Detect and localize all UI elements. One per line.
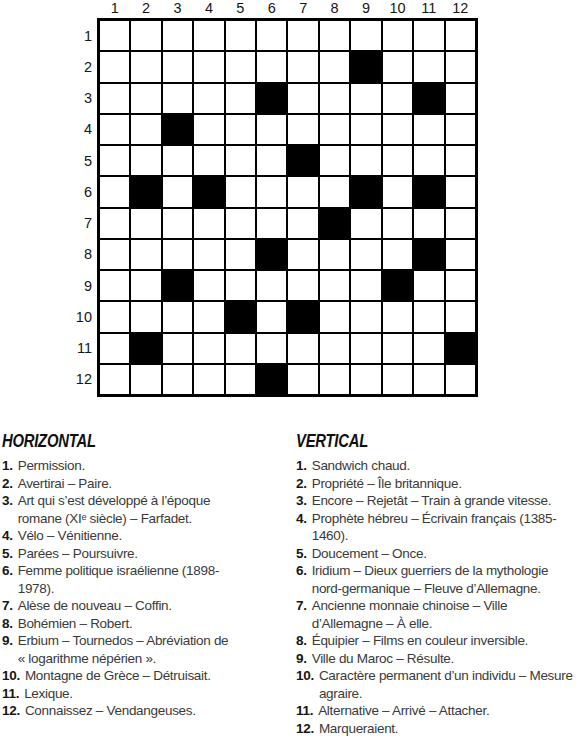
cell-r5-c11[interactable] xyxy=(414,146,443,175)
cell-r1-c12[interactable] xyxy=(446,21,475,50)
cell-r5-c7 xyxy=(288,146,317,175)
clue-number: 12. xyxy=(2,702,20,720)
col-label-10: 10 xyxy=(383,0,412,17)
clue-number: 2. xyxy=(296,475,307,493)
cell-r7-c12[interactable] xyxy=(446,209,475,238)
cell-r8-c8[interactable] xyxy=(320,240,349,269)
horizontal-clues-section: HORIZONTAL 1.Permission.2.Avertirai – Pa… xyxy=(2,430,254,720)
col-label-11: 11 xyxy=(414,0,443,17)
clue-text: Équipier – Films en couleur inversible. xyxy=(312,632,528,650)
cell-r1-c8[interactable] xyxy=(320,21,349,50)
cell-r2-c9 xyxy=(351,52,380,81)
cell-r6-c6[interactable] xyxy=(257,177,286,206)
cell-r12-c3[interactable] xyxy=(163,365,192,394)
cell-r4-c8[interactable] xyxy=(320,115,349,144)
cell-r10-c9[interactable] xyxy=(351,302,380,331)
cell-r5-c6[interactable] xyxy=(257,146,286,175)
clue-number: 1. xyxy=(296,457,307,475)
cell-r3-c6 xyxy=(257,84,286,113)
horizontal-clue-list: 1.Permission.2.Avertirai – Paire.3.Art q… xyxy=(2,457,254,720)
cell-r11-c9[interactable] xyxy=(351,334,380,363)
cell-r10-c2[interactable] xyxy=(131,302,160,331)
col-label-7: 7 xyxy=(288,0,317,17)
cell-r12-c12[interactable] xyxy=(446,365,475,394)
cell-r6-c3[interactable] xyxy=(163,177,192,206)
clue-vertical-9: 9.Ville du Maroc – Résulte. xyxy=(296,650,575,668)
cell-r9-c12[interactable] xyxy=(446,271,475,300)
cell-r9-c10 xyxy=(383,271,412,300)
cell-r1-c4[interactable] xyxy=(194,21,223,50)
cell-r8-c1[interactable] xyxy=(100,240,129,269)
cell-r1-c10[interactable] xyxy=(383,21,412,50)
cell-r4-c10[interactable] xyxy=(383,115,412,144)
cell-r11-c6[interactable] xyxy=(257,334,286,363)
cell-r10-c6[interactable] xyxy=(257,302,286,331)
clue-text: Lexique. xyxy=(24,685,73,703)
cell-r11-c11[interactable] xyxy=(414,334,443,363)
clue-text: Alèse de nouveau – Coffin. xyxy=(18,597,172,615)
col-label-4: 4 xyxy=(194,0,223,17)
col-label-3: 3 xyxy=(163,0,192,17)
cell-r2-c12[interactable] xyxy=(446,52,475,81)
clue-horizontal-11: 11.Lexique. xyxy=(2,685,254,703)
clue-horizontal-10: 10.Montagne de Grèce – Détruisait. xyxy=(2,667,254,685)
cell-r2-c1[interactable] xyxy=(100,52,129,81)
clue-vertical-5: 5.Doucement – Once. xyxy=(296,545,575,563)
cell-r1-c11[interactable] xyxy=(414,21,443,50)
cell-r10-c4[interactable] xyxy=(194,302,223,331)
cell-r6-c9 xyxy=(351,177,380,206)
horizontal-heading: HORIZONTAL xyxy=(2,430,199,452)
clue-number: 10. xyxy=(296,667,314,702)
cell-r12-c2[interactable] xyxy=(131,365,160,394)
cell-r11-c5[interactable] xyxy=(226,334,255,363)
clue-text: Caractère permanent d’un individu – Mesu… xyxy=(319,667,575,702)
cell-r3-c1[interactable] xyxy=(100,84,129,113)
row-label-1: 1 xyxy=(56,21,92,50)
clue-text: Art qui s’est développé à l’époque roman… xyxy=(18,492,254,527)
clue-number: 4. xyxy=(296,510,307,545)
cell-r3-c11 xyxy=(414,84,443,113)
cell-r10-c7 xyxy=(288,302,317,331)
cell-r4-c12[interactable] xyxy=(446,115,475,144)
cell-r8-c4[interactable] xyxy=(194,240,223,269)
cell-r5-c12[interactable] xyxy=(446,146,475,175)
clue-number: 3. xyxy=(296,492,307,510)
cell-r12-c10[interactable] xyxy=(383,365,412,394)
cell-r2-c8[interactable] xyxy=(320,52,349,81)
cell-r8-c10[interactable] xyxy=(383,240,412,269)
clue-vertical-3: 3.Encore – Rejetât – Train à grande vite… xyxy=(296,492,575,510)
cell-r4-c7[interactable] xyxy=(288,115,317,144)
cell-r7-c5[interactable] xyxy=(226,209,255,238)
cell-r9-c3 xyxy=(163,271,192,300)
row-label-9: 9 xyxy=(56,271,92,300)
cell-r3-c10[interactable] xyxy=(383,84,412,113)
cell-r5-c1[interactable] xyxy=(100,146,129,175)
cell-r8-c5[interactable] xyxy=(226,240,255,269)
clue-horizontal-6: 6.Femme politique israélienne (1898-1978… xyxy=(2,562,254,597)
clue-text: Sandwich chaud. xyxy=(312,457,410,475)
clue-number: 8. xyxy=(2,615,13,633)
clue-vertical-12: 12.Marqueraient. xyxy=(296,720,575,738)
cell-r6-c10[interactable] xyxy=(383,177,412,206)
cell-r8-c2[interactable] xyxy=(131,240,160,269)
cell-r8-c12[interactable] xyxy=(446,240,475,269)
cell-r1-c1[interactable] xyxy=(100,21,129,50)
cell-r4-c11[interactable] xyxy=(414,115,443,144)
col-label-5: 5 xyxy=(226,0,255,17)
clue-horizontal-9: 9.Erbium – Tournedos – Abréviation de « … xyxy=(2,632,254,667)
cell-r12-c4[interactable] xyxy=(194,365,223,394)
cell-r4-c3 xyxy=(163,115,192,144)
clue-number: 6. xyxy=(296,562,307,597)
cell-r10-c8[interactable] xyxy=(320,302,349,331)
cell-r6-c2 xyxy=(131,177,160,206)
cell-r11-c7[interactable] xyxy=(288,334,317,363)
cell-r6-c1[interactable] xyxy=(100,177,129,206)
cell-r4-c2[interactable] xyxy=(131,115,160,144)
cell-r8-c11 xyxy=(414,240,443,269)
clue-horizontal-8: 8.Bohémien – Robert. xyxy=(2,615,254,633)
cell-r9-c4[interactable] xyxy=(194,271,223,300)
cell-r2-c5[interactable] xyxy=(226,52,255,81)
clue-number: 7. xyxy=(296,597,307,632)
clue-vertical-8: 8.Équipier – Films en couleur inversible… xyxy=(296,632,575,650)
clue-text: Avertirai – Paire. xyxy=(18,475,112,493)
clue-vertical-7: 7.Ancienne monnaie chinoise – Ville d’Al… xyxy=(296,597,575,632)
cell-r10-c1[interactable] xyxy=(100,302,129,331)
cell-r11-c3[interactable] xyxy=(163,334,192,363)
cell-r12-c6 xyxy=(257,365,286,394)
cell-r11-c10[interactable] xyxy=(383,334,412,363)
cell-r12-c11[interactable] xyxy=(414,365,443,394)
crossword-grid xyxy=(97,18,478,397)
cell-r10-c3[interactable] xyxy=(163,302,192,331)
cell-r3-c12[interactable] xyxy=(446,84,475,113)
cell-r4-c4[interactable] xyxy=(194,115,223,144)
cell-r9-c9[interactable] xyxy=(351,271,380,300)
row-label-10: 10 xyxy=(56,302,92,331)
cell-r12-c5[interactable] xyxy=(226,365,255,394)
clue-vertical-6: 6.Iridium – Dieux guerriers de la mythol… xyxy=(296,562,575,597)
cell-r5-c8[interactable] xyxy=(320,146,349,175)
cell-r1-c3[interactable] xyxy=(163,21,192,50)
clue-number: 2. xyxy=(2,475,13,493)
cell-r6-c12[interactable] xyxy=(446,177,475,206)
clue-number: 9. xyxy=(296,650,307,668)
cell-r11-c12 xyxy=(446,334,475,363)
clue-text: Ville du Maroc – Résulte. xyxy=(312,650,454,668)
cell-r7-c10[interactable] xyxy=(383,209,412,238)
clue-number: 10. xyxy=(2,667,20,685)
cell-r5-c2[interactable] xyxy=(131,146,160,175)
row-label-6: 6 xyxy=(56,177,92,206)
cell-r7-c4[interactable] xyxy=(194,209,223,238)
cell-r8-c3[interactable] xyxy=(163,240,192,269)
row-label-8: 8 xyxy=(56,240,92,269)
clue-horizontal-3: 3.Art qui s’est développé à l’époque rom… xyxy=(2,492,254,527)
cell-r6-c5[interactable] xyxy=(226,177,255,206)
cell-r6-c4 xyxy=(194,177,223,206)
clue-text: Alternative – Arrivé – Attacher. xyxy=(318,702,489,720)
cell-r6-c11 xyxy=(414,177,443,206)
clue-horizontal-5: 5.Parées – Poursuivre. xyxy=(2,545,254,563)
cell-r7-c2[interactable] xyxy=(131,209,160,238)
vertical-heading: VERTICAL xyxy=(296,430,514,452)
cell-r11-c2 xyxy=(131,334,160,363)
cell-r10-c10[interactable] xyxy=(383,302,412,331)
clue-number: 6. xyxy=(2,562,13,597)
row-label-2: 2 xyxy=(56,52,92,81)
cell-r12-c7[interactable] xyxy=(288,365,317,394)
cell-r10-c5 xyxy=(226,302,255,331)
cell-r2-c2[interactable] xyxy=(131,52,160,81)
col-label-9: 9 xyxy=(351,0,380,17)
cell-r8-c9[interactable] xyxy=(351,240,380,269)
cell-r4-c6[interactable] xyxy=(257,115,286,144)
cell-r3-c4[interactable] xyxy=(194,84,223,113)
cell-r9-c2[interactable] xyxy=(131,271,160,300)
cell-r10-c11[interactable] xyxy=(414,302,443,331)
cell-r12-c9[interactable] xyxy=(351,365,380,394)
cell-r7-c8 xyxy=(320,209,349,238)
cell-r3-c5[interactable] xyxy=(226,84,255,113)
cell-r2-c4[interactable] xyxy=(194,52,223,81)
row-label-3: 3 xyxy=(56,84,92,113)
col-label-8: 8 xyxy=(320,0,349,17)
col-label-12: 12 xyxy=(446,0,475,17)
clue-number: 11. xyxy=(296,702,313,720)
cell-r7-c7[interactable] xyxy=(288,209,317,238)
cell-r6-c7[interactable] xyxy=(288,177,317,206)
cell-r3-c8[interactable] xyxy=(320,84,349,113)
cell-r4-c1[interactable] xyxy=(100,115,129,144)
clue-text: Montagne de Grèce – Détruisait. xyxy=(25,667,211,685)
clue-text: Iridium – Dieux guerriers de la mytholog… xyxy=(312,562,575,597)
row-label-11: 11 xyxy=(56,334,92,363)
cell-r4-c5[interactable] xyxy=(226,115,255,144)
clue-vertical-1: 1.Sandwich chaud. xyxy=(296,457,575,475)
col-label-2: 2 xyxy=(131,0,160,17)
clue-text: Doucement – Once. xyxy=(312,545,427,563)
clue-text: Propriété – Île britannique. xyxy=(312,475,462,493)
cell-r7-c6[interactable] xyxy=(257,209,286,238)
vertical-clue-list: 1.Sandwich chaud.2.Propriété – Île brita… xyxy=(296,457,575,737)
cell-r1-c5[interactable] xyxy=(226,21,255,50)
clue-text: Prophète hébreu – Écrivain français (138… xyxy=(312,510,575,545)
cell-r1-c6[interactable] xyxy=(257,21,286,50)
clue-number: 12. xyxy=(296,720,314,738)
clue-text: Ancienne monnaie chinoise – Ville d’Alle… xyxy=(312,597,575,632)
clue-vertical-10: 10.Caractère permanent d’un individu – M… xyxy=(296,667,575,702)
cell-r7-c1[interactable] xyxy=(100,209,129,238)
clue-text: Marqueraient. xyxy=(319,720,398,738)
clue-horizontal-7: 7.Alèse de nouveau – Coffin. xyxy=(2,597,254,615)
clue-number: 4. xyxy=(2,527,13,545)
clue-text: Bohémien – Robert. xyxy=(18,615,133,633)
cell-r3-c3[interactable] xyxy=(163,84,192,113)
row-label-7: 7 xyxy=(56,209,92,238)
cell-r1-c2[interactable] xyxy=(131,21,160,50)
cell-r10-c12[interactable] xyxy=(446,302,475,331)
clue-number: 3. xyxy=(2,492,13,527)
cell-r1-c9[interactable] xyxy=(351,21,380,50)
cell-r9-c6[interactable] xyxy=(257,271,286,300)
cell-r3-c2[interactable] xyxy=(131,84,160,113)
clue-number: 11. xyxy=(2,685,19,703)
cell-r7-c9[interactable] xyxy=(351,209,380,238)
row-label-4: 4 xyxy=(56,115,92,144)
clue-text: Femme politique israélienne (1898-1978). xyxy=(18,562,254,597)
clue-vertical-2: 2.Propriété – Île britannique. xyxy=(296,475,575,493)
cell-r12-c1[interactable] xyxy=(100,365,129,394)
clue-number: 8. xyxy=(296,632,307,650)
cell-r5-c9[interactable] xyxy=(351,146,380,175)
clue-number: 5. xyxy=(296,545,307,563)
cell-r8-c6 xyxy=(257,240,286,269)
clue-text: Erbium – Tournedos – Abréviation de « lo… xyxy=(18,632,254,667)
cell-r5-c3[interactable] xyxy=(163,146,192,175)
clue-vertical-4: 4.Prophète hébreu – Écrivain français (1… xyxy=(296,510,575,545)
clue-vertical-11: 11.Alternative – Arrivé – Attacher. xyxy=(296,702,575,720)
clue-horizontal-4: 4.Vélo – Vénitienne. xyxy=(2,527,254,545)
cell-r5-c5[interactable] xyxy=(226,146,255,175)
clue-text: Encore – Rejetât – Train à grande vitess… xyxy=(312,492,552,510)
cell-r7-c11[interactable] xyxy=(414,209,443,238)
cell-r5-c10[interactable] xyxy=(383,146,412,175)
cell-r9-c7[interactable] xyxy=(288,271,317,300)
column-labels: 123456789101112 xyxy=(97,0,478,17)
cell-r7-c3[interactable] xyxy=(163,209,192,238)
cell-r11-c4[interactable] xyxy=(194,334,223,363)
cell-r1-c7[interactable] xyxy=(288,21,317,50)
col-label-1: 1 xyxy=(100,0,129,17)
clue-horizontal-2: 2.Avertirai – Paire. xyxy=(2,475,254,493)
cell-r11-c8[interactable] xyxy=(320,334,349,363)
clue-number: 7. xyxy=(2,597,13,615)
cell-r6-c8[interactable] xyxy=(320,177,349,206)
cell-r2-c11[interactable] xyxy=(414,52,443,81)
clue-number: 1. xyxy=(2,457,13,475)
clue-text: Connaissez – Vendangeuses. xyxy=(25,702,196,720)
cell-r9-c1[interactable] xyxy=(100,271,129,300)
cell-r8-c7[interactable] xyxy=(288,240,317,269)
vertical-clues-section: VERTICAL 1.Sandwich chaud.2.Propriété – … xyxy=(296,430,575,737)
cell-r3-c7[interactable] xyxy=(288,84,317,113)
row-label-12: 12 xyxy=(56,365,92,394)
clue-text: Permission. xyxy=(18,457,85,475)
col-label-6: 6 xyxy=(257,0,286,17)
clue-horizontal-12: 12.Connaissez – Vendangeuses. xyxy=(2,702,254,720)
clue-text: Parées – Poursuivre. xyxy=(18,545,138,563)
clue-number: 5. xyxy=(2,545,13,563)
cell-r9-c11[interactable] xyxy=(414,271,443,300)
cell-r11-c1[interactable] xyxy=(100,334,129,363)
cell-r12-c8[interactable] xyxy=(320,365,349,394)
row-labels: 123456789101112 xyxy=(56,18,92,397)
cell-r3-c9[interactable] xyxy=(351,84,380,113)
cell-r2-c6[interactable] xyxy=(257,52,286,81)
clue-text: Vélo – Vénitienne. xyxy=(18,527,122,545)
cell-r2-c10[interactable] xyxy=(383,52,412,81)
cell-r2-c3[interactable] xyxy=(163,52,192,81)
cell-r9-c8[interactable] xyxy=(320,271,349,300)
cell-r2-c7[interactable] xyxy=(288,52,317,81)
clue-horizontal-1: 1.Permission. xyxy=(2,457,254,475)
cell-r9-c5[interactable] xyxy=(226,271,255,300)
cell-r4-c9[interactable] xyxy=(351,115,380,144)
cell-r5-c4[interactable] xyxy=(194,146,223,175)
clue-number: 9. xyxy=(2,632,13,667)
row-label-5: 5 xyxy=(56,146,92,175)
